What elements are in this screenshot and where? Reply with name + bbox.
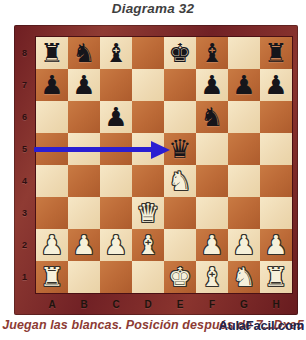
square-d2: ♝	[132, 229, 164, 261]
square-c8: ♝	[100, 37, 132, 69]
square-g8	[228, 37, 260, 69]
annotation-arrow-head	[151, 141, 170, 159]
square-a7: ♟	[36, 69, 68, 101]
black-knight-f6: ♞	[196, 101, 228, 133]
black-pawn-h7: ♟	[260, 69, 292, 101]
chess-board: ♜♞♝♚♝♜♟♟♟♟♟♟♞♛♞♛♟♟♟♝♟♟♟♜♚♝♞♜	[36, 37, 292, 293]
square-d4	[132, 165, 164, 197]
black-pawn-a7: ♟	[36, 69, 68, 101]
watermark-logo: AulaFacil.com	[218, 318, 304, 333]
square-a2: ♟	[36, 229, 68, 261]
white-pawn-b2: ♟	[68, 229, 100, 261]
square-d7	[132, 69, 164, 101]
rank-label-5: 5	[15, 133, 34, 165]
square-c2: ♟	[100, 229, 132, 261]
file-label-b: B	[68, 295, 100, 314]
square-b7: ♟	[68, 69, 100, 101]
diagram-title: Diagrama 32	[0, 1, 306, 16]
square-e1: ♚	[164, 261, 196, 293]
square-h5	[260, 133, 292, 165]
square-e2	[164, 229, 196, 261]
white-rook-h1: ♜	[260, 261, 292, 293]
square-h3	[260, 197, 292, 229]
square-e6	[164, 101, 196, 133]
file-label-c: C	[100, 295, 132, 314]
square-e3	[164, 197, 196, 229]
white-pawn-g2: ♟	[228, 229, 260, 261]
square-e8: ♚	[164, 37, 196, 69]
square-h1: ♜	[260, 261, 292, 293]
square-g5	[228, 133, 260, 165]
white-king-e1: ♚	[164, 261, 196, 293]
square-e4: ♞	[164, 165, 196, 197]
black-pawn-b7: ♟	[68, 69, 100, 101]
white-rook-a1: ♜	[36, 261, 68, 293]
square-a6	[36, 101, 68, 133]
rank-label-8: 8	[15, 37, 34, 69]
white-pawn-h2: ♟	[260, 229, 292, 261]
square-f3	[196, 197, 228, 229]
square-h8: ♜	[260, 37, 292, 69]
square-b4	[68, 165, 100, 197]
white-pawn-f2: ♟	[196, 229, 228, 261]
square-d1	[132, 261, 164, 293]
file-label-a: A	[36, 295, 68, 314]
black-king-e8: ♚	[164, 37, 196, 69]
rank-label-7: 7	[15, 69, 34, 101]
square-b1	[68, 261, 100, 293]
rank-label-4: 4	[15, 165, 34, 197]
square-g1: ♞	[228, 261, 260, 293]
black-pawn-c6: ♟	[100, 101, 132, 133]
rank-labels: 87654321	[15, 37, 34, 293]
square-f8: ♝	[196, 37, 228, 69]
square-b2: ♟	[68, 229, 100, 261]
square-d3: ♛	[132, 197, 164, 229]
square-h2: ♟	[260, 229, 292, 261]
black-rook-h8: ♜	[260, 37, 292, 69]
white-bishop-f1: ♝	[196, 261, 228, 293]
square-f5	[196, 133, 228, 165]
square-g2: ♟	[228, 229, 260, 261]
square-c6: ♟	[100, 101, 132, 133]
rank-label-2: 2	[15, 229, 34, 261]
file-labels: ABCDEFGH	[36, 295, 292, 314]
square-f4	[196, 165, 228, 197]
square-f2: ♟	[196, 229, 228, 261]
black-rook-a8: ♜	[36, 37, 68, 69]
black-pawn-g7: ♟	[228, 69, 260, 101]
square-c4	[100, 165, 132, 197]
square-g6	[228, 101, 260, 133]
square-g7: ♟	[228, 69, 260, 101]
square-f6: ♞	[196, 101, 228, 133]
file-label-g: G	[228, 295, 260, 314]
rank-label-6: 6	[15, 101, 34, 133]
square-g3	[228, 197, 260, 229]
file-label-f: F	[196, 295, 228, 314]
square-c1	[100, 261, 132, 293]
square-e7	[164, 69, 196, 101]
black-bishop-f8: ♝	[196, 37, 228, 69]
white-knight-g1: ♞	[228, 261, 260, 293]
square-b8: ♞	[68, 37, 100, 69]
square-c3	[100, 197, 132, 229]
black-knight-b8: ♞	[68, 37, 100, 69]
square-h7: ♟	[260, 69, 292, 101]
square-d6	[132, 101, 164, 133]
white-queen-d3: ♛	[132, 197, 164, 229]
square-f7: ♟	[196, 69, 228, 101]
square-b3	[68, 197, 100, 229]
square-h4	[260, 165, 292, 197]
square-b6	[68, 101, 100, 133]
square-a1: ♜	[36, 261, 68, 293]
square-c7	[100, 69, 132, 101]
white-pawn-a2: ♟	[36, 229, 68, 261]
square-g4	[228, 165, 260, 197]
annotation-arrow-shaft	[34, 147, 152, 152]
square-h6	[260, 101, 292, 133]
file-label-h: H	[260, 295, 292, 314]
black-pawn-f7: ♟	[196, 69, 228, 101]
rank-label-3: 3	[15, 197, 34, 229]
square-d8	[132, 37, 164, 69]
rank-label-1: 1	[15, 261, 34, 293]
black-bishop-c8: ♝	[100, 37, 132, 69]
square-a3	[36, 197, 68, 229]
white-bishop-d2: ♝	[132, 229, 164, 261]
white-pawn-c2: ♟	[100, 229, 132, 261]
square-a4	[36, 165, 68, 197]
file-label-d: D	[132, 295, 164, 314]
square-f1: ♝	[196, 261, 228, 293]
white-knight-e4: ♞	[164, 165, 196, 197]
square-a8: ♜	[36, 37, 68, 69]
chess-diagram: Diagrama 32 87654321 ♜♞♝♚♝♜♟♟♟♟♟♟♞♛♞♛♟♟♟…	[0, 0, 306, 340]
file-label-e: E	[164, 295, 196, 314]
